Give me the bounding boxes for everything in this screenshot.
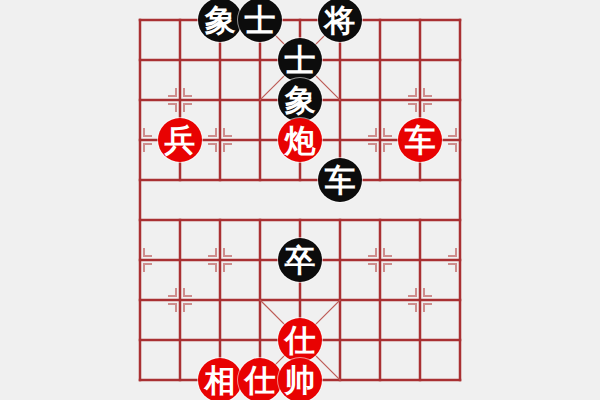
intersection-g7[interactable] (360, 120, 400, 160)
piece-black-advisor[interactable]: 士 (278, 38, 322, 82)
intersection-i8[interactable] (440, 80, 480, 120)
intersection-d2[interactable] (240, 320, 280, 360)
intersection-e9[interactable]: 士 (280, 40, 320, 80)
piece-red-soldier[interactable]: 兵 (158, 118, 202, 162)
piece-black-elephant[interactable]: 象 (278, 78, 322, 122)
intersection-c5[interactable] (200, 200, 240, 240)
piece-red-chariot[interactable]: 车 (398, 118, 442, 162)
intersection-f3[interactable] (320, 280, 360, 320)
intersection-d10[interactable]: 士 (240, 0, 280, 40)
intersection-a2[interactable] (120, 320, 160, 360)
intersection-i1[interactable] (440, 360, 480, 400)
intersection-b4[interactable] (160, 240, 200, 280)
intersection-f4[interactable] (320, 240, 360, 280)
intersection-a10[interactable] (120, 0, 160, 40)
intersection-a5[interactable] (120, 200, 160, 240)
intersection-h1[interactable] (400, 360, 440, 400)
intersection-g9[interactable] (360, 40, 400, 80)
intersection-h10[interactable] (400, 0, 440, 40)
intersection-d5[interactable] (240, 200, 280, 240)
intersection-b5[interactable] (160, 200, 200, 240)
intersection-b9[interactable] (160, 40, 200, 80)
intersection-d8[interactable] (240, 80, 280, 120)
intersection-c2[interactable] (200, 320, 240, 360)
intersection-e8[interactable]: 象 (280, 80, 320, 120)
intersection-h6[interactable] (400, 160, 440, 200)
piece-red-general[interactable]: 帅 (278, 358, 322, 400)
intersection-i9[interactable] (440, 40, 480, 80)
intersection-e7[interactable]: 炮 (280, 120, 320, 160)
intersection-b8[interactable] (160, 80, 200, 120)
intersection-g5[interactable] (360, 200, 400, 240)
piece-red-advisor[interactable]: 仕 (278, 318, 322, 362)
intersection-d6[interactable] (240, 160, 280, 200)
intersection-c7[interactable] (200, 120, 240, 160)
piece-red-cannon[interactable]: 炮 (278, 118, 322, 162)
intersection-a7[interactable] (120, 120, 160, 160)
intersection-i7[interactable] (440, 120, 480, 160)
intersection-a4[interactable] (120, 240, 160, 280)
xiangqi-board: 象士将士象兵炮车车卒仕相仕帅 (120, 0, 480, 400)
intersection-g4[interactable] (360, 240, 400, 280)
intersection-h7[interactable]: 车 (400, 120, 440, 160)
intersection-i6[interactable] (440, 160, 480, 200)
piece-black-elephant[interactable]: 象 (198, 0, 242, 42)
intersection-h3[interactable] (400, 280, 440, 320)
intersection-g2[interactable] (360, 320, 400, 360)
intersection-b3[interactable] (160, 280, 200, 320)
intersection-c3[interactable] (200, 280, 240, 320)
intersection-b7[interactable]: 兵 (160, 120, 200, 160)
intersection-c1[interactable]: 相 (200, 360, 240, 400)
intersection-e6[interactable] (280, 160, 320, 200)
intersection-a9[interactable] (120, 40, 160, 80)
intersection-f1[interactable] (320, 360, 360, 400)
intersection-b10[interactable] (160, 0, 200, 40)
intersection-a8[interactable] (120, 80, 160, 120)
intersection-e5[interactable] (280, 200, 320, 240)
intersection-g10[interactable] (360, 0, 400, 40)
intersection-e4[interactable]: 卒 (280, 240, 320, 280)
intersection-b6[interactable] (160, 160, 200, 200)
piece-black-chariot[interactable]: 车 (318, 158, 362, 202)
intersection-h8[interactable] (400, 80, 440, 120)
intersection-g8[interactable] (360, 80, 400, 120)
intersection-d7[interactable] (240, 120, 280, 160)
intersection-a3[interactable] (120, 280, 160, 320)
intersection-c6[interactable] (200, 160, 240, 200)
piece-black-general[interactable]: 将 (318, 0, 362, 42)
intersection-i5[interactable] (440, 200, 480, 240)
intersection-a1[interactable] (120, 360, 160, 400)
intersection-d4[interactable] (240, 240, 280, 280)
intersection-e10[interactable] (280, 0, 320, 40)
intersection-a6[interactable] (120, 160, 160, 200)
intersection-c10[interactable]: 象 (200, 0, 240, 40)
intersection-f7[interactable] (320, 120, 360, 160)
intersection-d9[interactable] (240, 40, 280, 80)
intersection-h4[interactable] (400, 240, 440, 280)
intersection-i3[interactable] (440, 280, 480, 320)
piece-black-soldier[interactable]: 卒 (278, 238, 322, 282)
intersection-h5[interactable] (400, 200, 440, 240)
intersection-c4[interactable] (200, 240, 240, 280)
intersection-i2[interactable] (440, 320, 480, 360)
intersection-f5[interactable] (320, 200, 360, 240)
intersection-g6[interactable] (360, 160, 400, 200)
intersection-i10[interactable] (440, 0, 480, 40)
xiangqi-board-screenshot: 象士将士象兵炮车车卒仕相仕帅 (0, 0, 600, 400)
piece-red-elephant[interactable]: 相 (198, 358, 242, 400)
intersection-e1[interactable]: 帅 (280, 360, 320, 400)
intersection-e3[interactable] (280, 280, 320, 320)
intersection-h9[interactable] (400, 40, 440, 80)
intersection-c9[interactable] (200, 40, 240, 80)
intersection-e2[interactable]: 仕 (280, 320, 320, 360)
intersection-f2[interactable] (320, 320, 360, 360)
intersection-f10[interactable]: 将 (320, 0, 360, 40)
intersection-f8[interactable] (320, 80, 360, 120)
piece-black-advisor[interactable]: 士 (238, 0, 282, 42)
intersection-f9[interactable] (320, 40, 360, 80)
intersection-f6[interactable]: 车 (320, 160, 360, 200)
intersection-b1[interactable] (160, 360, 200, 400)
intersection-d3[interactable] (240, 280, 280, 320)
intersection-d1[interactable]: 仕 (240, 360, 280, 400)
intersection-g3[interactable] (360, 280, 400, 320)
intersection-h2[interactable] (400, 320, 440, 360)
intersection-i4[interactable] (440, 240, 480, 280)
intersection-g1[interactable] (360, 360, 400, 400)
intersection-c8[interactable] (200, 80, 240, 120)
piece-red-advisor[interactable]: 仕 (238, 358, 282, 400)
intersection-b2[interactable] (160, 320, 200, 360)
